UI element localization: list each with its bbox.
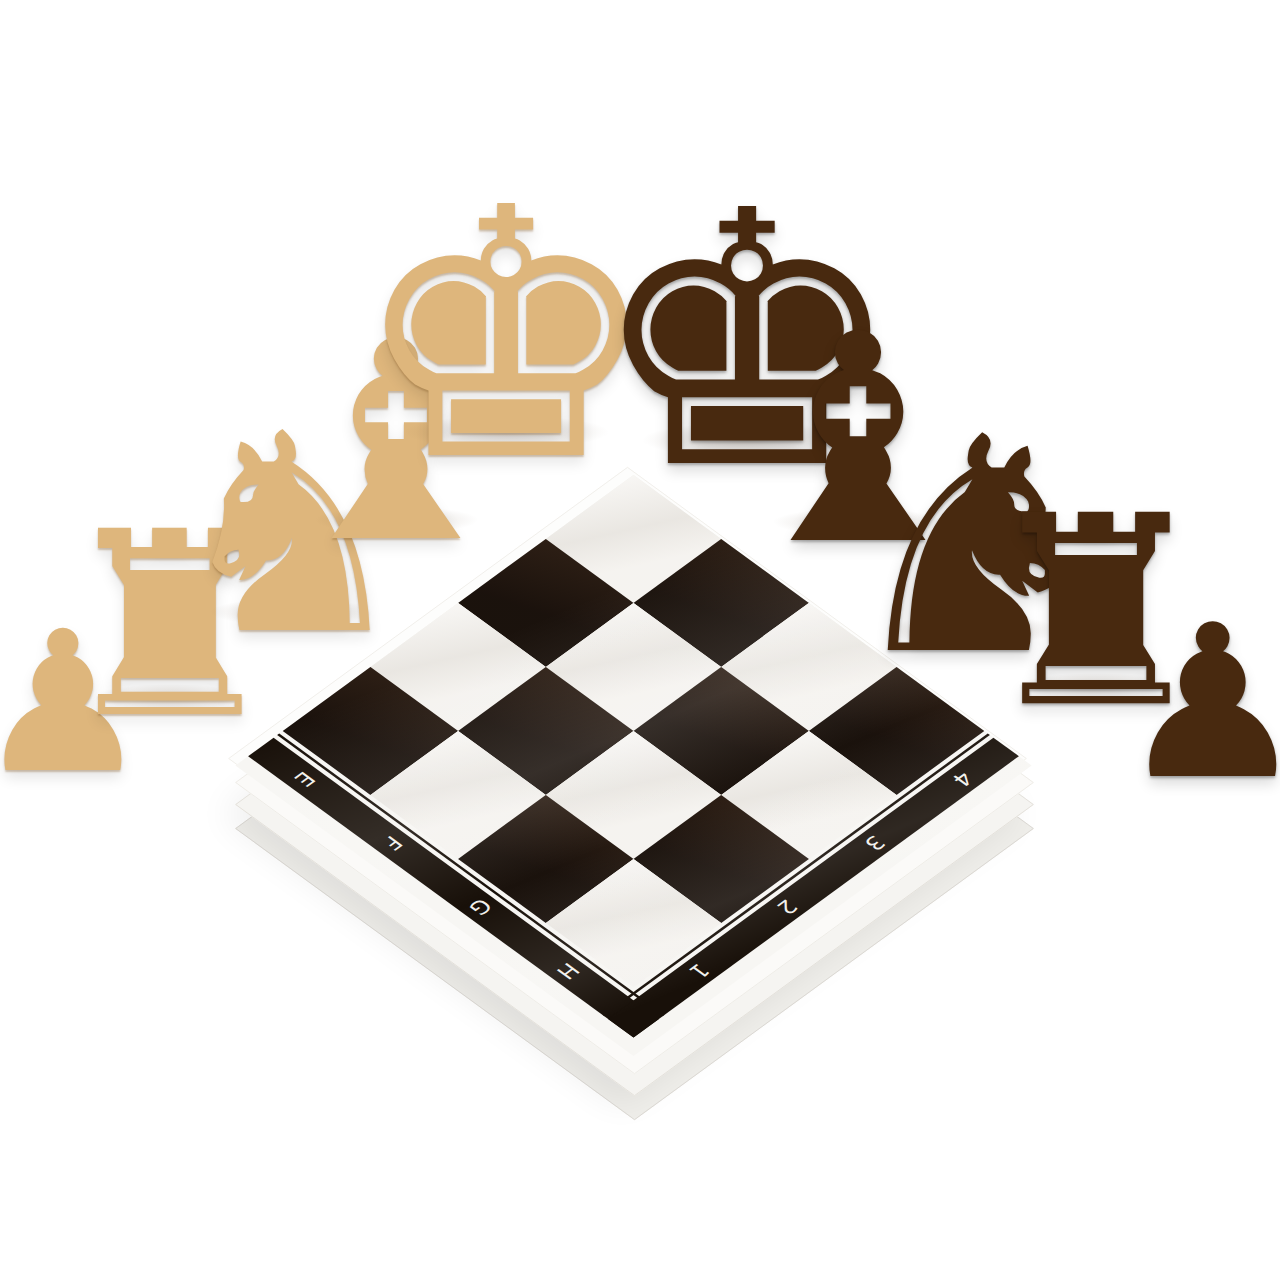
photo-stage: EFGH 4321 ♟♜♞♝♚♚♝♞♜♟	[0, 0, 1280, 1280]
pieces-layer: ♟♜♞♝♚♚♝♞♜♟	[0, 0, 1280, 1280]
chess-piece-black-pawn: ♟	[1107, 597, 1280, 809]
